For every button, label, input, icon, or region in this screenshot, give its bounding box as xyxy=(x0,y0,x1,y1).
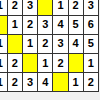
cell-r1c3[interactable]: 3 xyxy=(23,0,38,16)
cell-r3c2[interactable] xyxy=(8,35,23,54)
cell-r3c6[interactable]: 4 xyxy=(69,35,84,54)
cell-r3c4[interactable]: 2 xyxy=(38,35,53,54)
cell-r2c6[interactable]: 5 xyxy=(69,16,84,35)
cell-r4c6[interactable] xyxy=(69,54,84,73)
cell-r4c3[interactable] xyxy=(23,54,38,73)
cell-r3c7[interactable]: 5 xyxy=(84,35,99,54)
cell-r2c2[interactable]: 1 xyxy=(8,16,23,35)
cell-r5c4[interactable]: 4 xyxy=(38,73,53,92)
cell-r5c3[interactable]: 3 xyxy=(23,73,38,92)
cell-r1c7[interactable]: 3 xyxy=(84,0,99,16)
cell-r5c7[interactable]: 2 xyxy=(84,73,99,92)
puzzle-board: 12312312345611234512121123412 xyxy=(0,0,99,92)
cell-r1c1[interactable]: 1 xyxy=(0,0,8,16)
cell-r5c5[interactable] xyxy=(53,73,68,92)
cell-r2c3[interactable]: 2 xyxy=(23,16,38,35)
cell-r4c2[interactable]: 2 xyxy=(8,54,23,73)
cell-r2c7[interactable]: 6 xyxy=(84,16,99,35)
cell-r4c7[interactable]: 1 xyxy=(84,54,99,73)
cell-r4c5[interactable]: 2 xyxy=(53,54,68,73)
cell-r3c5[interactable]: 3 xyxy=(53,35,68,54)
cell-r2c4[interactable]: 3 xyxy=(38,16,53,35)
cell-r2c1[interactable] xyxy=(0,16,8,35)
cell-r1c6[interactable]: 2 xyxy=(69,0,84,16)
cell-r1c5[interactable]: 1 xyxy=(53,0,68,16)
cell-r1c4[interactable] xyxy=(38,0,53,16)
puzzle-viewport: 12312312345611234512121123412 xyxy=(0,0,100,100)
cell-r2c5[interactable]: 4 xyxy=(53,16,68,35)
cell-r1c2[interactable]: 2 xyxy=(8,0,23,16)
cell-r3c3[interactable]: 1 xyxy=(23,35,38,54)
cell-r4c1[interactable]: 1 xyxy=(0,54,8,73)
cell-r3c1[interactable]: 1 xyxy=(0,35,8,54)
cell-r5c2[interactable]: 2 xyxy=(8,73,23,92)
cell-r4c4[interactable]: 1 xyxy=(38,54,53,73)
cell-r5c6[interactable]: 1 xyxy=(69,73,84,92)
cell-r5c1[interactable]: 1 xyxy=(0,73,8,92)
